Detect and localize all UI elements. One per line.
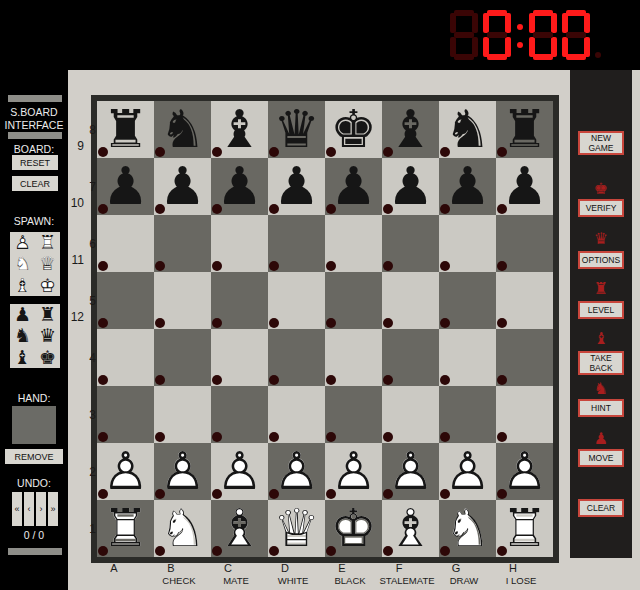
- square-f5[interactable]: [382, 272, 439, 329]
- square-a4[interactable]: [97, 329, 154, 386]
- file-label-e: E: [328, 562, 356, 574]
- white-pawn: ♟♙: [216, 443, 263, 500]
- king-icon: ♚: [570, 181, 632, 196]
- led-dot: [326, 261, 336, 271]
- clock-decimal-point: [595, 52, 601, 58]
- divider-bar: [8, 132, 62, 139]
- led-dot: [155, 375, 165, 385]
- undo-all-button[interactable]: «: [12, 492, 22, 526]
- square-g8[interactable]: ♞: [439, 101, 496, 158]
- square-e6[interactable]: [325, 215, 382, 272]
- led-dot: [440, 261, 450, 271]
- square-c5[interactable]: [211, 272, 268, 329]
- spawn-white-rook[interactable]: ♜♖: [35, 232, 60, 253]
- redo-button[interactable]: ›: [36, 492, 46, 526]
- spawn-white-bishop[interactable]: ♝♗: [10, 275, 35, 296]
- undo-counter: 0 / 0: [0, 529, 68, 541]
- led-dot: [98, 375, 108, 385]
- white-queen: ♛♕: [273, 500, 320, 557]
- led-dot: [98, 261, 108, 271]
- spawn-tray-white: ♟♙♜♖♞♘♛♕♝♗♚♔: [10, 232, 60, 296]
- hand-section-label: HAND:: [0, 392, 68, 404]
- square-h5[interactable]: [496, 272, 553, 329]
- square-b8[interactable]: ♞: [154, 101, 211, 158]
- app-title-line2: INTERFACE: [0, 119, 68, 131]
- black-king: ♚: [39, 347, 56, 368]
- black-knight: ♞: [444, 101, 491, 158]
- hand-slot[interactable]: [12, 406, 56, 444]
- square-d5[interactable]: [268, 272, 325, 329]
- spawn-tray-black: ♟♜♞♛♝♚: [10, 304, 60, 368]
- black-bishop: ♝: [216, 101, 263, 158]
- white-pawn: ♟♙: [387, 443, 434, 500]
- led-dot: [326, 204, 336, 214]
- clock-digit: [562, 10, 590, 60]
- square-a8[interactable]: ♜: [97, 101, 154, 158]
- square-b4[interactable]: [154, 329, 211, 386]
- square-b1[interactable]: ♞♘: [154, 500, 211, 557]
- led-dot: [383, 546, 393, 556]
- spawn-white-king[interactable]: ♚♔: [35, 275, 60, 296]
- rook-icon: ♜: [570, 281, 632, 296]
- file-label-h: H: [499, 562, 527, 574]
- led-dot: [497, 318, 507, 328]
- square-g3[interactable]: [439, 386, 496, 443]
- file-label-d: D: [271, 562, 299, 574]
- black-rook: ♜: [102, 101, 149, 158]
- spawn-black-bishop[interactable]: ♝: [10, 347, 35, 368]
- divider-bar: [8, 548, 62, 555]
- chess-clock: [450, 8, 601, 62]
- knight-icon: ♞: [570, 381, 632, 396]
- led-dot: [269, 546, 279, 556]
- square-g7[interactable]: ♟: [439, 158, 496, 215]
- app-title-line1: S.BOARD: [0, 106, 68, 118]
- square-f7[interactable]: ♟: [382, 158, 439, 215]
- square-c6[interactable]: [211, 215, 268, 272]
- clear-button[interactable]: CLEAR: [578, 499, 624, 517]
- new-game-button[interactable]: NEW GAME: [578, 131, 624, 155]
- square-a6[interactable]: [97, 215, 154, 272]
- square-d6[interactable]: [268, 215, 325, 272]
- rank-label-6: 6: [60, 237, 96, 251]
- square-a2[interactable]: ♟♙: [97, 443, 154, 500]
- clock-colon: [516, 10, 524, 60]
- led-dot: [383, 261, 393, 271]
- black-pawn: ♟: [273, 158, 320, 215]
- spawn-black-knight[interactable]: ♞: [10, 325, 35, 346]
- led-dot: [212, 318, 222, 328]
- square-d8[interactable]: ♛: [268, 101, 325, 158]
- led-dot: [212, 546, 222, 556]
- file-word-i-lose: I LOSE: [479, 575, 563, 586]
- white-pawn: ♟♙: [501, 443, 548, 500]
- square-d4[interactable]: [268, 329, 325, 386]
- white-rook: ♜♖: [102, 500, 149, 557]
- white-king: ♚♔: [330, 500, 377, 557]
- white-queen: ♛♕: [39, 253, 56, 274]
- black-pawn: ♟: [159, 158, 206, 215]
- square-f2[interactable]: ♟♙: [382, 443, 439, 500]
- spawn-white-queen[interactable]: ♛♕: [35, 253, 60, 274]
- spawn-section-label: SPAWN:: [0, 215, 68, 227]
- square-c4[interactable]: [211, 329, 268, 386]
- square-c3[interactable]: [211, 386, 268, 443]
- led-dot: [326, 375, 336, 385]
- black-rook: ♜: [39, 304, 56, 325]
- square-e8[interactable]: ♚: [325, 101, 382, 158]
- black-queen: ♛: [273, 101, 320, 158]
- options-button[interactable]: OPTIONS: [578, 251, 624, 269]
- black-pawn: ♟: [216, 158, 263, 215]
- square-f1[interactable]: ♝♗: [382, 500, 439, 557]
- rank-label-3: 3: [60, 408, 96, 422]
- square-b6[interactable]: [154, 215, 211, 272]
- right-button-panel: NEW GAME♚VERIFY♛OPTIONS♜LEVEL♝TAKE BACK♞…: [570, 70, 632, 558]
- square-e4[interactable]: [325, 329, 382, 386]
- white-pawn: ♟♙: [444, 443, 491, 500]
- white-pawn: ♟♙: [159, 443, 206, 500]
- chess-computer-ui: { "game": "chess", "position": { "fen": …: [0, 0, 640, 590]
- remove-button[interactable]: REMOVE: [5, 449, 63, 464]
- chess-board: ♜♞♝♛♚♝♞♜♟♟♟♟♟♟♟♟♟♙♟♙♟♙♟♙♟♙♟♙♟♙♟♙♜♖♞♘♝♗♛♕…: [91, 95, 559, 563]
- square-e3[interactable]: [325, 386, 382, 443]
- spawn-white-pawn[interactable]: ♟♙: [10, 232, 35, 253]
- undo-button[interactable]: ‹: [24, 492, 34, 526]
- square-a1[interactable]: ♜♖: [97, 500, 154, 557]
- square-e1[interactable]: ♚♔: [325, 500, 382, 557]
- led-dot: [383, 204, 393, 214]
- square-b5[interactable]: [154, 272, 211, 329]
- square-h7[interactable]: ♟: [496, 158, 553, 215]
- led-dot: [212, 204, 222, 214]
- led-dot: [155, 546, 165, 556]
- square-e2[interactable]: ♟♙: [325, 443, 382, 500]
- black-pawn: ♟: [444, 158, 491, 215]
- reset-button[interactable]: RESET: [12, 155, 58, 170]
- black-bishop: ♝: [14, 347, 31, 368]
- led-dot: [269, 318, 279, 328]
- square-h6[interactable]: [496, 215, 553, 272]
- board-section-label: BOARD:: [0, 143, 68, 155]
- white-knight: ♞♘: [14, 253, 31, 274]
- redo-all-button[interactable]: »: [48, 492, 58, 526]
- white-bishop: ♝♗: [14, 275, 31, 296]
- white-knight: ♞♘: [444, 500, 491, 557]
- black-king: ♚: [330, 101, 377, 158]
- white-rook: ♜♖: [39, 232, 56, 253]
- square-g6[interactable]: [439, 215, 496, 272]
- led-dot: [269, 204, 279, 214]
- square-f6[interactable]: [382, 215, 439, 272]
- file-label-f: F: [385, 562, 413, 574]
- square-b2[interactable]: ♟♙: [154, 443, 211, 500]
- clock-digit: [483, 10, 511, 60]
- black-pawn: ♟: [102, 158, 149, 215]
- black-knight: ♞: [14, 325, 31, 346]
- spawn-black-king[interactable]: ♚: [35, 347, 60, 368]
- led-dot: [440, 375, 450, 385]
- rank-label-4: 4: [60, 351, 96, 365]
- take-back-button[interactable]: TAKE BACK: [578, 351, 624, 375]
- black-knight: ♞: [159, 101, 206, 158]
- square-e5[interactable]: [325, 272, 382, 329]
- square-c8[interactable]: ♝: [211, 101, 268, 158]
- file-label-b: B: [157, 562, 185, 574]
- white-pawn: ♟♙: [330, 443, 377, 500]
- white-bishop: ♝♗: [387, 500, 434, 557]
- square-f4[interactable]: [382, 329, 439, 386]
- white-bishop: ♝♗: [216, 500, 263, 557]
- led-dot: [98, 204, 108, 214]
- square-h1[interactable]: ♜♖: [496, 500, 553, 557]
- white-pawn: ♟♙: [102, 443, 149, 500]
- square-c7[interactable]: ♟: [211, 158, 268, 215]
- led-dot: [497, 546, 507, 556]
- led-dot: [212, 375, 222, 385]
- level-button[interactable]: LEVEL: [578, 301, 624, 319]
- undo-buttons: «‹›»: [12, 492, 58, 526]
- square-g1[interactable]: ♞♘: [439, 500, 496, 557]
- led-dot: [155, 261, 165, 271]
- led-dot: [383, 375, 393, 385]
- rank-label-7: 7: [60, 180, 96, 194]
- led-dot: [98, 546, 108, 556]
- square-g4[interactable]: [439, 329, 496, 386]
- square-a7[interactable]: ♟: [97, 158, 154, 215]
- square-h4[interactable]: [496, 329, 553, 386]
- square-g2[interactable]: ♟♙: [439, 443, 496, 500]
- rank-label-10: 10: [48, 196, 84, 210]
- spawn-white-knight[interactable]: ♞♘: [10, 253, 35, 274]
- chess-board-grid: ♜♞♝♛♚♝♞♜♟♟♟♟♟♟♟♟♟♙♟♙♟♙♟♙♟♙♟♙♟♙♟♙♜♖♞♘♝♗♛♕…: [97, 101, 553, 557]
- square-d3[interactable]: [268, 386, 325, 443]
- move-button[interactable]: MOVE: [578, 449, 624, 467]
- clear-board-button[interactable]: CLEAR: [12, 176, 58, 191]
- pawn-icon: ♟: [570, 431, 632, 446]
- black-pawn: ♟: [14, 304, 31, 325]
- square-f3[interactable]: [382, 386, 439, 443]
- white-rook: ♜♖: [501, 500, 548, 557]
- square-c2[interactable]: ♟♙: [211, 443, 268, 500]
- square-h2[interactable]: ♟♙: [496, 443, 553, 500]
- square-d7[interactable]: ♟: [268, 158, 325, 215]
- black-pawn: ♟: [501, 158, 548, 215]
- led-dot: [269, 261, 279, 271]
- black-pawn: ♟: [387, 158, 434, 215]
- black-rook: ♜: [501, 101, 548, 158]
- spawn-black-pawn[interactable]: ♟: [10, 304, 35, 325]
- square-f8[interactable]: ♝: [382, 101, 439, 158]
- led-dot: [440, 318, 450, 328]
- led-dot: [269, 375, 279, 385]
- verify-button[interactable]: VERIFY: [578, 199, 624, 217]
- rank-label-5: 5: [60, 294, 96, 308]
- white-pawn: ♟♙: [14, 232, 31, 253]
- square-b3[interactable]: [154, 386, 211, 443]
- square-h3[interactable]: [496, 386, 553, 443]
- white-king: ♚♔: [39, 275, 56, 296]
- led-dot: [155, 318, 165, 328]
- file-label-c: C: [214, 562, 242, 574]
- undo-section-label: UNDO:: [0, 477, 68, 489]
- divider-bar: [8, 95, 62, 102]
- square-d1[interactable]: ♛♕: [268, 500, 325, 557]
- square-b7[interactable]: ♟: [154, 158, 211, 215]
- bishop-icon: ♝: [570, 331, 632, 346]
- led-dot: [497, 261, 507, 271]
- black-queen: ♛: [39, 325, 56, 346]
- white-pawn: ♟♙: [273, 443, 320, 500]
- spawn-black-queen[interactable]: ♛: [35, 325, 60, 346]
- square-g5[interactable]: [439, 272, 496, 329]
- clock-digit: [450, 10, 478, 60]
- led-dot: [440, 546, 450, 556]
- spawn-black-rook[interactable]: ♜: [35, 304, 60, 325]
- square-d2[interactable]: ♟♙: [268, 443, 325, 500]
- file-label-g: G: [442, 562, 470, 574]
- square-h8[interactable]: ♜: [496, 101, 553, 158]
- white-knight: ♞♘: [159, 500, 206, 557]
- square-a3[interactable]: [97, 386, 154, 443]
- led-dot: [440, 204, 450, 214]
- led-dot: [212, 261, 222, 271]
- led-dot: [98, 318, 108, 328]
- queen-icon: ♛: [570, 231, 632, 246]
- led-dot: [497, 375, 507, 385]
- square-a5[interactable]: [97, 272, 154, 329]
- hint-button[interactable]: HINT: [578, 399, 624, 417]
- black-bishop: ♝: [387, 101, 434, 158]
- square-c1[interactable]: ♝♗: [211, 500, 268, 557]
- black-pawn: ♟: [330, 158, 377, 215]
- clock-digit: [529, 10, 557, 60]
- led-dot: [326, 546, 336, 556]
- led-dot: [383, 318, 393, 328]
- led-dot: [497, 204, 507, 214]
- led-dot: [326, 318, 336, 328]
- square-e7[interactable]: ♟: [325, 158, 382, 215]
- led-dot: [155, 204, 165, 214]
- file-label-a: A: [100, 562, 128, 574]
